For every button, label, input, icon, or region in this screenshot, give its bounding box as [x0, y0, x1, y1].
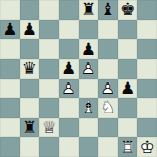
square-e5[interactable]: ♟♙ — [79, 59, 99, 79]
square-a7[interactable]: ♟ — [0, 20, 20, 40]
square-c3[interactable] — [39, 98, 59, 118]
square-b8[interactable] — [20, 0, 40, 20]
square-b7[interactable]: ♟ — [20, 20, 40, 40]
square-g6[interactable] — [118, 39, 138, 59]
chess-board-container: ♜♝♚♟♟♟♛♟♟♙♟♙♟♙♟♝♗♞♘♜♛♕♜♖♚♔ — [0, 0, 157, 157]
bishop-outline-glyph: ♗ — [79, 98, 99, 118]
piece-black-bishop[interactable]: ♝ — [98, 0, 118, 20]
square-f1[interactable] — [98, 137, 118, 157]
square-h5[interactable] — [137, 59, 157, 79]
pawn-outline-glyph: ♙ — [79, 59, 99, 79]
square-c5[interactable] — [39, 59, 59, 79]
square-d8[interactable] — [59, 0, 79, 20]
piece-white-bishop[interactable]: ♝♗ — [79, 98, 99, 118]
square-d3[interactable] — [59, 98, 79, 118]
square-h1[interactable]: ♚♔ — [137, 137, 157, 157]
piece-white-rook[interactable]: ♜♖ — [118, 137, 138, 157]
square-f3[interactable]: ♞♘ — [98, 98, 118, 118]
square-f5[interactable] — [98, 59, 118, 79]
piece-black-pawn[interactable]: ♟ — [0, 20, 20, 40]
square-h8[interactable] — [137, 0, 157, 20]
square-a2[interactable] — [0, 118, 20, 138]
pawn-glyph: ♟ — [0, 20, 20, 40]
square-e7[interactable] — [79, 20, 99, 40]
piece-black-pawn[interactable]: ♟ — [20, 20, 40, 40]
square-f8[interactable]: ♝ — [98, 0, 118, 20]
square-b3[interactable] — [20, 98, 40, 118]
square-h2[interactable] — [137, 118, 157, 138]
pawn-glyph: ♟ — [20, 20, 40, 40]
square-g1[interactable]: ♜♖ — [118, 137, 138, 157]
square-a4[interactable] — [0, 79, 20, 99]
square-e3[interactable]: ♝♗ — [79, 98, 99, 118]
square-h6[interactable] — [137, 39, 157, 59]
square-a1[interactable] — [0, 137, 20, 157]
square-b6[interactable] — [20, 39, 40, 59]
piece-black-pawn[interactable]: ♟ — [118, 79, 138, 99]
piece-white-queen[interactable]: ♛♕ — [39, 118, 59, 138]
square-g5[interactable] — [118, 59, 138, 79]
square-c6[interactable] — [39, 39, 59, 59]
piece-white-pawn[interactable]: ♟♙ — [79, 59, 99, 79]
king-glyph: ♚ — [118, 0, 138, 20]
square-e8[interactable]: ♜ — [79, 0, 99, 20]
bishop-glyph: ♝ — [98, 0, 118, 20]
rook-glyph: ♜ — [20, 118, 40, 138]
queen-glyph: ♛ — [20, 59, 40, 79]
piece-white-knight[interactable]: ♞♘ — [98, 98, 118, 118]
square-g3[interactable] — [118, 98, 138, 118]
square-c2[interactable]: ♛♕ — [39, 118, 59, 138]
pawn-glyph: ♟ — [59, 59, 79, 79]
king-outline-glyph: ♔ — [137, 137, 157, 157]
square-b4[interactable] — [20, 79, 40, 99]
square-a5[interactable] — [0, 59, 20, 79]
square-b5[interactable]: ♛ — [20, 59, 40, 79]
piece-black-pawn[interactable]: ♟ — [79, 39, 99, 59]
square-d7[interactable] — [59, 20, 79, 40]
square-b2[interactable]: ♜ — [20, 118, 40, 138]
pawn-glyph: ♟ — [118, 79, 138, 99]
square-f6[interactable] — [98, 39, 118, 59]
pawn-outline-glyph: ♙ — [59, 79, 79, 99]
square-g4[interactable]: ♟ — [118, 79, 138, 99]
rook-outline-glyph: ♖ — [118, 137, 138, 157]
chess-board: ♜♝♚♟♟♟♛♟♟♙♟♙♟♙♟♝♗♞♘♜♛♕♜♖♚♔ — [0, 0, 157, 157]
square-a6[interactable] — [0, 39, 20, 59]
square-b1[interactable] — [20, 137, 40, 157]
piece-white-pawn[interactable]: ♟♙ — [98, 79, 118, 99]
square-a3[interactable] — [0, 98, 20, 118]
square-d5[interactable]: ♟ — [59, 59, 79, 79]
square-c7[interactable] — [39, 20, 59, 40]
square-d4[interactable]: ♟♙ — [59, 79, 79, 99]
square-f7[interactable] — [98, 20, 118, 40]
square-e4[interactable] — [79, 79, 99, 99]
piece-black-rook[interactable]: ♜ — [20, 118, 40, 138]
square-e1[interactable] — [79, 137, 99, 157]
square-f2[interactable] — [98, 118, 118, 138]
queen-outline-glyph: ♕ — [39, 118, 59, 138]
piece-white-king[interactable]: ♚♔ — [137, 137, 157, 157]
square-c8[interactable] — [39, 0, 59, 20]
square-e6[interactable]: ♟ — [79, 39, 99, 59]
piece-black-queen[interactable]: ♛ — [20, 59, 40, 79]
square-g7[interactable] — [118, 20, 138, 40]
square-e2[interactable] — [79, 118, 99, 138]
square-c1[interactable] — [39, 137, 59, 157]
pawn-glyph: ♟ — [79, 39, 99, 59]
knight-outline-glyph: ♘ — [98, 98, 118, 118]
square-d1[interactable] — [59, 137, 79, 157]
square-g8[interactable]: ♚ — [118, 0, 138, 20]
square-h3[interactable] — [137, 98, 157, 118]
piece-black-rook[interactable]: ♜ — [79, 0, 99, 20]
square-h7[interactable] — [137, 20, 157, 40]
square-d6[interactable] — [59, 39, 79, 59]
rook-glyph: ♜ — [79, 0, 99, 20]
square-h4[interactable] — [137, 79, 157, 99]
square-c4[interactable] — [39, 79, 59, 99]
square-g2[interactable] — [118, 118, 138, 138]
square-a8[interactable] — [0, 0, 20, 20]
square-d2[interactable] — [59, 118, 79, 138]
piece-white-pawn[interactable]: ♟♙ — [59, 79, 79, 99]
piece-black-pawn[interactable]: ♟ — [59, 59, 79, 79]
square-f4[interactable]: ♟♙ — [98, 79, 118, 99]
pawn-outline-glyph: ♙ — [98, 79, 118, 99]
piece-black-king[interactable]: ♚ — [118, 0, 138, 20]
